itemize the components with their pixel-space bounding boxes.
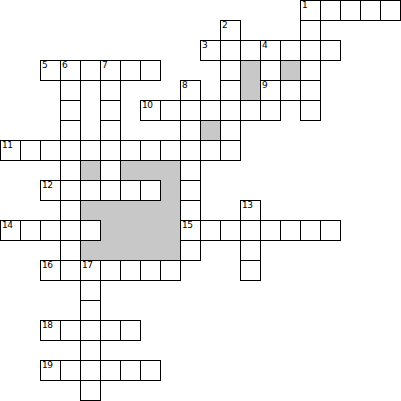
grid-cell[interactable] (100, 120, 121, 141)
shaded-cell (160, 200, 181, 221)
grid-cell[interactable] (20, 220, 41, 241)
shaded-cell (120, 160, 141, 181)
shaded-cell (120, 220, 141, 241)
grid-cell[interactable] (80, 280, 101, 301)
grid-cell[interactable] (240, 200, 261, 221)
shaded-cell (200, 120, 221, 141)
grid-cell[interactable] (260, 220, 281, 241)
grid-cell[interactable] (140, 140, 161, 161)
grid-cell[interactable] (100, 180, 121, 201)
grid-cell[interactable] (100, 160, 121, 181)
grid-cell[interactable] (220, 20, 241, 41)
grid-cell[interactable] (120, 260, 141, 281)
grid-cell[interactable] (200, 40, 221, 61)
grid-cell[interactable] (300, 40, 321, 61)
grid-cell[interactable] (140, 180, 161, 201)
grid-cell[interactable] (320, 220, 341, 241)
grid-cell[interactable] (60, 240, 81, 261)
grid-cell[interactable] (120, 140, 141, 161)
grid-cell[interactable] (60, 180, 81, 201)
shaded-cell (140, 200, 161, 221)
grid-cell[interactable] (120, 60, 141, 81)
shaded-cell (140, 240, 161, 261)
grid-cell[interactable] (60, 260, 81, 281)
grid-cell[interactable] (60, 220, 81, 241)
grid-cell[interactable] (260, 60, 281, 81)
shaded-cell (80, 200, 101, 221)
shaded-cell (160, 240, 181, 261)
grid-cell[interactable] (80, 260, 101, 281)
shaded-cell (120, 200, 141, 221)
grid-cell[interactable] (60, 360, 81, 381)
grid-cell[interactable] (140, 60, 161, 81)
shaded-cell (80, 240, 101, 261)
grid-cell[interactable] (0, 220, 21, 241)
grid-cell[interactable] (240, 100, 261, 121)
shaded-cell (140, 220, 161, 241)
grid-cell[interactable] (220, 80, 241, 101)
grid-cell[interactable] (280, 80, 301, 101)
grid-cell[interactable] (80, 360, 101, 381)
grid-cell[interactable] (180, 240, 201, 261)
grid-cell[interactable] (0, 140, 21, 161)
grid-cell[interactable] (40, 140, 61, 161)
grid-cell[interactable] (300, 0, 321, 21)
grid-cell[interactable] (300, 220, 321, 241)
grid-cell[interactable] (300, 100, 321, 121)
grid-cell[interactable] (40, 260, 61, 281)
grid-cell[interactable] (40, 180, 61, 201)
shaded-cell (80, 160, 101, 181)
grid-cell[interactable] (320, 0, 341, 21)
grid-cell[interactable] (100, 100, 121, 121)
grid-cell[interactable] (80, 60, 101, 81)
grid-cell[interactable] (220, 120, 241, 141)
grid-cell[interactable] (80, 340, 101, 361)
grid-cell[interactable] (60, 100, 81, 121)
grid-cell[interactable] (380, 0, 401, 21)
grid-cell[interactable] (40, 320, 61, 341)
grid-cell[interactable] (120, 180, 141, 201)
grid-cell[interactable] (80, 320, 101, 341)
grid-cell[interactable] (220, 220, 241, 241)
grid-cell[interactable] (240, 260, 261, 281)
grid-cell[interactable] (200, 220, 221, 241)
grid-cell[interactable] (180, 140, 201, 161)
grid-cell[interactable] (220, 100, 241, 121)
grid-cell[interactable] (260, 40, 281, 61)
grid-cell[interactable] (220, 40, 241, 61)
shaded-cell (120, 240, 141, 261)
shaded-cell (100, 220, 121, 241)
grid-cell[interactable] (300, 20, 321, 41)
grid-cell[interactable] (80, 380, 101, 401)
grid-cell[interactable] (100, 260, 121, 281)
grid-cell[interactable] (180, 100, 201, 121)
grid-cell[interactable] (80, 220, 101, 241)
grid-cell[interactable] (60, 200, 81, 221)
grid-cell[interactable] (160, 100, 181, 121)
grid-cell[interactable] (20, 140, 41, 161)
grid-cell[interactable] (60, 120, 81, 141)
grid-cell[interactable] (140, 360, 161, 381)
grid-cell[interactable] (140, 100, 161, 121)
grid-cell[interactable] (240, 220, 261, 241)
grid-cell[interactable] (160, 260, 181, 281)
shaded-cell (160, 180, 181, 201)
grid-cell[interactable] (180, 160, 201, 181)
grid-cell[interactable] (180, 180, 201, 201)
shaded-cell (240, 80, 261, 101)
shaded-cell (280, 60, 301, 81)
grid-cell[interactable] (120, 320, 141, 341)
grid-cell[interactable] (100, 60, 121, 81)
grid-cell[interactable] (280, 220, 301, 241)
grid-cell[interactable] (80, 300, 101, 321)
shaded-cell (160, 160, 181, 181)
grid-cell[interactable] (180, 80, 201, 101)
shaded-cell (140, 160, 161, 181)
grid-cell[interactable] (100, 320, 121, 341)
grid-cell[interactable] (320, 40, 341, 61)
grid-cell[interactable] (80, 140, 101, 161)
grid-cell[interactable] (260, 80, 281, 101)
grid-cell[interactable] (180, 120, 201, 141)
shaded-cell (160, 220, 181, 241)
grid-cell[interactable] (120, 360, 141, 381)
grid-cell[interactable] (300, 80, 321, 101)
shaded-cell (240, 60, 261, 81)
grid-cell[interactable] (180, 220, 201, 241)
grid-cell[interactable] (180, 200, 201, 221)
grid-cell[interactable] (60, 140, 81, 161)
grid-cell[interactable] (240, 240, 261, 261)
grid-cell[interactable] (60, 320, 81, 341)
grid-cell[interactable] (340, 0, 361, 21)
grid-cell[interactable] (60, 160, 81, 181)
grid-cell[interactable] (40, 360, 61, 381)
grid-cell[interactable] (40, 60, 61, 81)
grid-cell[interactable] (100, 360, 121, 381)
grid-cell[interactable] (300, 60, 321, 81)
grid-cell[interactable] (100, 80, 121, 101)
crossword-board: 12345678910111213141516171819 (0, 0, 401, 401)
grid-cell[interactable] (60, 80, 81, 101)
grid-cell[interactable] (220, 140, 241, 161)
grid-cell[interactable] (200, 100, 221, 121)
grid-cell[interactable] (80, 180, 101, 201)
grid-cell[interactable] (220, 60, 241, 81)
grid-cell[interactable] (140, 260, 161, 281)
grid-cell[interactable] (100, 140, 121, 161)
grid-cell[interactable] (200, 140, 221, 161)
grid-cell[interactable] (360, 0, 381, 21)
grid-cell[interactable] (160, 140, 181, 161)
grid-cell[interactable] (260, 100, 281, 121)
grid-cell[interactable] (280, 40, 301, 61)
shaded-cell (100, 240, 121, 261)
grid-cell[interactable] (60, 60, 81, 81)
grid-cell[interactable] (40, 220, 61, 241)
grid-cell[interactable] (240, 40, 261, 61)
shaded-cell (100, 200, 121, 221)
